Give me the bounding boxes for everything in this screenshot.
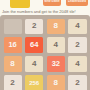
leaderboard-button[interactable]: Leaderboard [66,0,88,6]
cell-r2c1: 16 [4,37,22,52]
cell-r4c2: 256 [25,75,43,90]
logo-2048-tile [10,0,30,8]
tagline: Join the numbers and get to the 2048 til… [2,9,76,14]
cell-r3c4: 4 [68,56,86,71]
new-game-button[interactable]: New Game [43,0,61,6]
cell-r3c3: 32 [47,56,65,71]
cell-r1c3: 8 [47,19,65,34]
cell-r3c1: 8 [4,56,22,71]
cell-r4c1: 2 [4,75,22,90]
cell-r1c4: 4 [68,19,86,34]
cell-r1c2: 2 [25,19,43,34]
cell-r1c1 [4,19,22,34]
cell-r2c2: 64 [25,37,43,52]
cell-r2c3: 4 [47,37,65,52]
game-board[interactable]: 28416644284324225682 [0,15,90,90]
cell-r4c3: 8 [47,75,65,90]
cell-r4c4: 2 [68,75,86,90]
cell-r2c4: 2 [68,37,86,52]
cell-r3c2: 4 [25,56,43,71]
